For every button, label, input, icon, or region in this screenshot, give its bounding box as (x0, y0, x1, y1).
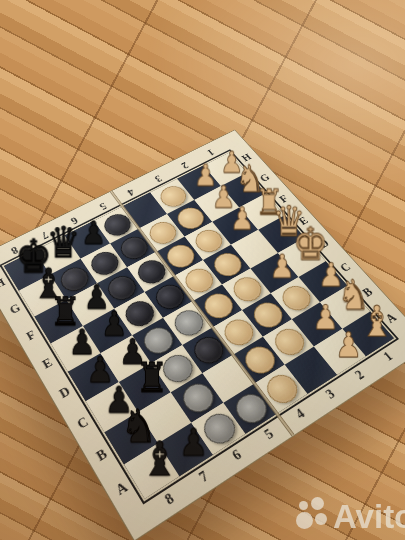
board-scene: 87654321 87654321 HGFEDCBA HGFEDCBA ♚♛♟♟… (0, 0, 405, 540)
avito-watermark: Avito (296, 497, 405, 533)
light-checker-e3 (209, 249, 247, 281)
white-pawn-f2: ♟ (226, 203, 259, 234)
chess-board: 87654321 87654321 HGFEDCBA HGFEDCBA ♚♛♟♟… (0, 130, 405, 540)
file-label-2: 2 (337, 356, 383, 395)
watermark-text: Avito (333, 500, 405, 533)
avito-logo-icon (296, 497, 330, 533)
black-bishop-a8: ♝ (139, 436, 180, 483)
black-rook-c7: ♜ (133, 357, 171, 398)
white-pawn-d2: ♟ (265, 250, 300, 282)
white-pawn-a2: ♟ (330, 327, 367, 362)
square-d2: ♟ (250, 253, 298, 293)
board-grid: ♚♛♟♟♟♝♟♞♜♟♟♜♟♟♛♟♟♟♚♟♜♟♞♟♞♝♟♟♝ (4, 153, 394, 499)
black-pawn-h6: ♟ (77, 217, 111, 249)
